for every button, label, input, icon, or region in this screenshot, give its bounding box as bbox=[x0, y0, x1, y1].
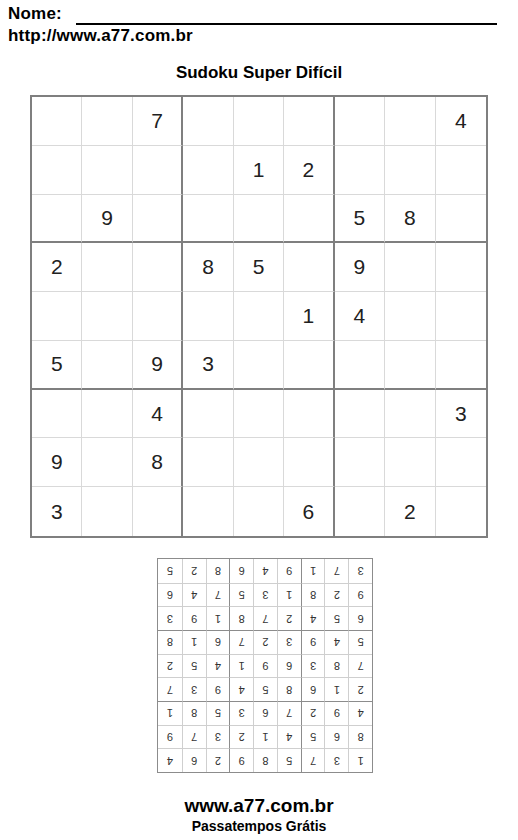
puzzle-cell-r5c5[interactable] bbox=[234, 292, 284, 341]
puzzle-cell-r4c4: 8 bbox=[183, 243, 233, 292]
puzzle-cell-r7c1[interactable] bbox=[32, 390, 82, 439]
solution-cell-r9c8: 2 bbox=[182, 559, 206, 583]
puzzle-cell-r1c4[interactable] bbox=[183, 97, 233, 146]
solution-cell-r6c8: 1 bbox=[182, 630, 206, 654]
puzzle-cell-r1c6[interactable] bbox=[284, 97, 334, 146]
footer-tagline: Passatempos Grátis bbox=[0, 818, 518, 834]
puzzle-cell-r8c2[interactable] bbox=[82, 438, 132, 487]
solution-cell-r3c7: 5 bbox=[206, 701, 230, 725]
name-input-line[interactable] bbox=[76, 9, 497, 25]
puzzle-cell-r3c2: 9 bbox=[82, 195, 132, 244]
solution-cell-r4c9: 7 bbox=[158, 677, 182, 701]
puzzle-cell-r9c6: 6 bbox=[284, 487, 334, 536]
solution-cell-r2c5: 1 bbox=[253, 725, 277, 749]
puzzle-cell-r1c2[interactable] bbox=[82, 97, 132, 146]
puzzle-cell-r1c9: 4 bbox=[436, 97, 486, 146]
solution-cell-r2c4: 4 bbox=[277, 725, 301, 749]
solution-cell-r3c3: 2 bbox=[301, 701, 325, 725]
puzzle-cell-r2c1[interactable] bbox=[32, 146, 82, 195]
solution-cell-r5c7: 4 bbox=[206, 654, 230, 678]
solution-cell-r3c1: 4 bbox=[348, 701, 372, 725]
puzzle-cell-r9c5[interactable] bbox=[234, 487, 284, 536]
page-title: Sudoku Super Difícil bbox=[0, 63, 518, 83]
solution-cell-r7c9: 3 bbox=[158, 606, 182, 630]
puzzle-cell-r1c8[interactable] bbox=[385, 97, 435, 146]
puzzle-cell-r4c9[interactable] bbox=[436, 243, 486, 292]
puzzle-cell-r1c7[interactable] bbox=[335, 97, 385, 146]
name-field-label: Nome: bbox=[8, 4, 62, 24]
puzzle-cell-r2c6: 2 bbox=[284, 146, 334, 195]
solution-cell-r3c2: 9 bbox=[324, 701, 348, 725]
puzzle-cell-r7c5[interactable] bbox=[234, 390, 284, 439]
solution-cell-r6c4: 3 bbox=[277, 630, 301, 654]
solution-cell-r5c1: 7 bbox=[348, 654, 372, 678]
puzzle-cell-r5c9[interactable] bbox=[436, 292, 486, 341]
puzzle-cell-r9c3[interactable] bbox=[133, 487, 183, 536]
solution-cell-r4c7: 9 bbox=[206, 677, 230, 701]
puzzle-cell-r6c7[interactable] bbox=[335, 341, 385, 390]
puzzle-cell-r5c1[interactable] bbox=[32, 292, 82, 341]
solution-cell-r7c4: 2 bbox=[277, 606, 301, 630]
puzzle-cell-r2c2[interactable] bbox=[82, 146, 132, 195]
puzzle-cell-r6c6[interactable] bbox=[284, 341, 334, 390]
puzzle-cell-r4c2[interactable] bbox=[82, 243, 132, 292]
puzzle-cell-r2c8[interactable] bbox=[385, 146, 435, 195]
puzzle-cell-r7c3: 4 bbox=[133, 390, 183, 439]
solution-cell-r1c1: 1 bbox=[348, 748, 372, 772]
solution-cell-r1c6: 9 bbox=[229, 748, 253, 772]
puzzle-cell-r3c9[interactable] bbox=[436, 195, 486, 244]
solution-cell-r6c2: 4 bbox=[324, 630, 348, 654]
puzzle-cell-r8c8[interactable] bbox=[385, 438, 435, 487]
solution-cell-r5c8: 5 bbox=[182, 654, 206, 678]
solution-cell-r2c1: 8 bbox=[348, 725, 372, 749]
puzzle-cell-r8c7[interactable] bbox=[335, 438, 385, 487]
puzzle-cell-r1c5[interactable] bbox=[234, 97, 284, 146]
solution-cell-r6c7: 6 bbox=[206, 630, 230, 654]
puzzle-cell-r8c1: 9 bbox=[32, 438, 82, 487]
puzzle-cell-r3c4[interactable] bbox=[183, 195, 233, 244]
puzzle-cell-r9c1: 3 bbox=[32, 487, 82, 536]
puzzle-cell-r6c2[interactable] bbox=[82, 341, 132, 390]
solution-cell-r4c4: 8 bbox=[277, 677, 301, 701]
puzzle-cell-r8c9[interactable] bbox=[436, 438, 486, 487]
solution-cell-r9c9: 5 bbox=[158, 559, 182, 583]
puzzle-cell-r7c2[interactable] bbox=[82, 390, 132, 439]
puzzle-cell-r3c6[interactable] bbox=[284, 195, 334, 244]
puzzle-cell-r7c4[interactable] bbox=[183, 390, 233, 439]
solution-cell-r5c5: 9 bbox=[253, 654, 277, 678]
solution-cell-r9c6: 6 bbox=[229, 559, 253, 583]
puzzle-cell-r7c8[interactable] bbox=[385, 390, 435, 439]
solution-cell-r9c3: 1 bbox=[301, 559, 325, 583]
solution-cell-r2c6: 2 bbox=[229, 725, 253, 749]
puzzle-cell-r5c8[interactable] bbox=[385, 292, 435, 341]
puzzle-cell-r3c7: 5 bbox=[335, 195, 385, 244]
puzzle-cell-r4c3[interactable] bbox=[133, 243, 183, 292]
puzzle-cell-r9c9[interactable] bbox=[436, 487, 486, 536]
puzzle-cell-r9c2[interactable] bbox=[82, 487, 132, 536]
puzzle-cell-r4c7: 9 bbox=[335, 243, 385, 292]
solution-cell-r9c4: 9 bbox=[277, 559, 301, 583]
puzzle-cell-r7c7[interactable] bbox=[335, 390, 385, 439]
solution-cell-r4c5: 5 bbox=[253, 677, 277, 701]
solution-cell-r7c5: 7 bbox=[253, 606, 277, 630]
puzzle-cell-r5c4[interactable] bbox=[183, 292, 233, 341]
puzzle-cell-r4c8[interactable] bbox=[385, 243, 435, 292]
footer-site-text: www.a77.com.br bbox=[0, 795, 518, 817]
puzzle-cell-r2c9[interactable] bbox=[436, 146, 486, 195]
solution-cell-r8c5: 3 bbox=[253, 583, 277, 607]
solution-cell-r6c9: 8 bbox=[158, 630, 182, 654]
puzzle-cell-r8c3: 8 bbox=[133, 438, 183, 487]
puzzle-cell-r8c4[interactable] bbox=[183, 438, 233, 487]
solution-cell-r6c1: 5 bbox=[348, 630, 372, 654]
puzzle-cell-r8c6[interactable] bbox=[284, 438, 334, 487]
solution-cell-r1c5: 8 bbox=[253, 748, 277, 772]
site-url-text: http://www.a77.com.br bbox=[8, 26, 193, 46]
solution-cell-r4c2: 1 bbox=[324, 677, 348, 701]
puzzle-cell-r4c5: 5 bbox=[234, 243, 284, 292]
solution-cell-r7c2: 5 bbox=[324, 606, 348, 630]
puzzle-cell-r6c9[interactable] bbox=[436, 341, 486, 390]
solution-cell-r5c4: 6 bbox=[277, 654, 301, 678]
solution-cell-r9c7: 8 bbox=[206, 559, 230, 583]
puzzle-cell-r6c4: 3 bbox=[183, 341, 233, 390]
puzzle-cell-r4c1: 2 bbox=[32, 243, 82, 292]
puzzle-cell-r9c8: 2 bbox=[385, 487, 435, 536]
puzzle-cell-r6c8[interactable] bbox=[385, 341, 435, 390]
puzzle-cell-r6c3: 9 bbox=[133, 341, 183, 390]
puzzle-cell-r5c6: 1 bbox=[284, 292, 334, 341]
solution-cell-r1c2: 3 bbox=[324, 748, 348, 772]
solution-cell-r9c5: 4 bbox=[253, 559, 277, 583]
solution-cell-r8c4: 1 bbox=[277, 583, 301, 607]
solution-cell-r6c5: 2 bbox=[253, 630, 277, 654]
solution-cell-r2c9: 9 bbox=[158, 725, 182, 749]
solution-cell-r9c2: 7 bbox=[324, 559, 348, 583]
solution-cell-r3c6: 3 bbox=[229, 701, 253, 725]
puzzle-cell-r1c3: 7 bbox=[133, 97, 183, 146]
solution-cell-r6c6: 7 bbox=[229, 630, 253, 654]
puzzle-cell-r7c9: 3 bbox=[436, 390, 486, 439]
puzzle-cell-r9c4[interactable] bbox=[183, 487, 233, 536]
solution-cell-r8c2: 2 bbox=[324, 583, 348, 607]
solution-cell-r8c3: 8 bbox=[301, 583, 325, 607]
puzzle-cell-r2c3[interactable] bbox=[133, 146, 183, 195]
solution-cell-r2c7: 3 bbox=[206, 725, 230, 749]
sudoku-solution-grid: 1375892648654123794927635812168549377836… bbox=[157, 558, 373, 773]
puzzle-cell-r8c5[interactable] bbox=[234, 438, 284, 487]
solution-cell-r8c8: 4 bbox=[182, 583, 206, 607]
puzzle-cell-r9c7[interactable] bbox=[335, 487, 385, 536]
solution-cell-r7c8: 9 bbox=[182, 606, 206, 630]
puzzle-cell-r3c8: 8 bbox=[385, 195, 435, 244]
solution-cell-r5c9: 2 bbox=[158, 654, 182, 678]
puzzle-cell-r3c5[interactable] bbox=[234, 195, 284, 244]
solution-cell-r4c8: 3 bbox=[182, 677, 206, 701]
solution-cell-r1c3: 7 bbox=[301, 748, 325, 772]
solution-cell-r3c9: 1 bbox=[158, 701, 182, 725]
puzzle-cell-r5c7: 4 bbox=[335, 292, 385, 341]
puzzle-cell-r6c5[interactable] bbox=[234, 341, 284, 390]
solution-cell-r1c4: 5 bbox=[277, 748, 301, 772]
solution-cell-r9c1: 3 bbox=[348, 559, 372, 583]
puzzle-cell-r5c3[interactable] bbox=[133, 292, 183, 341]
puzzle-cell-r3c1[interactable] bbox=[32, 195, 82, 244]
solution-cell-r6c3: 9 bbox=[301, 630, 325, 654]
solution-cell-r2c8: 7 bbox=[182, 725, 206, 749]
sudoku-puzzle-grid: 74129582859145934398362 bbox=[30, 95, 488, 538]
solution-cell-r7c6: 8 bbox=[229, 606, 253, 630]
puzzle-cell-r3c3[interactable] bbox=[133, 195, 183, 244]
puzzle-cell-r6c1: 5 bbox=[32, 341, 82, 390]
solution-cell-r5c2: 8 bbox=[324, 654, 348, 678]
solution-cell-r8c7: 7 bbox=[206, 583, 230, 607]
solution-cell-r2c2: 6 bbox=[324, 725, 348, 749]
solution-cell-r7c7: 1 bbox=[206, 606, 230, 630]
solution-cell-r1c7: 2 bbox=[206, 748, 230, 772]
solution-cell-r3c8: 8 bbox=[182, 701, 206, 725]
solution-cell-r1c8: 6 bbox=[182, 748, 206, 772]
puzzle-cell-r4c6[interactable] bbox=[284, 243, 334, 292]
solution-cell-r7c1: 6 bbox=[348, 606, 372, 630]
puzzle-cell-r1c1[interactable] bbox=[32, 97, 82, 146]
solution-cell-r5c6: 1 bbox=[229, 654, 253, 678]
puzzle-cell-r7c6[interactable] bbox=[284, 390, 334, 439]
solution-cell-r3c4: 7 bbox=[277, 701, 301, 725]
puzzle-cell-r2c5: 1 bbox=[234, 146, 284, 195]
puzzle-cell-r2c4[interactable] bbox=[183, 146, 233, 195]
puzzle-cell-r2c7[interactable] bbox=[335, 146, 385, 195]
solution-cell-r4c3: 6 bbox=[301, 677, 325, 701]
solution-cell-r4c1: 2 bbox=[348, 677, 372, 701]
solution-cell-r8c6: 5 bbox=[229, 583, 253, 607]
solution-cell-r8c1: 9 bbox=[348, 583, 372, 607]
solution-cell-r5c3: 3 bbox=[301, 654, 325, 678]
puzzle-cell-r5c2[interactable] bbox=[82, 292, 132, 341]
solution-cell-r8c9: 6 bbox=[158, 583, 182, 607]
solution-cell-r3c5: 6 bbox=[253, 701, 277, 725]
solution-cell-r4c6: 4 bbox=[229, 677, 253, 701]
solution-cell-r7c3: 4 bbox=[301, 606, 325, 630]
solution-cell-r1c9: 4 bbox=[158, 748, 182, 772]
solution-cell-r2c3: 5 bbox=[301, 725, 325, 749]
